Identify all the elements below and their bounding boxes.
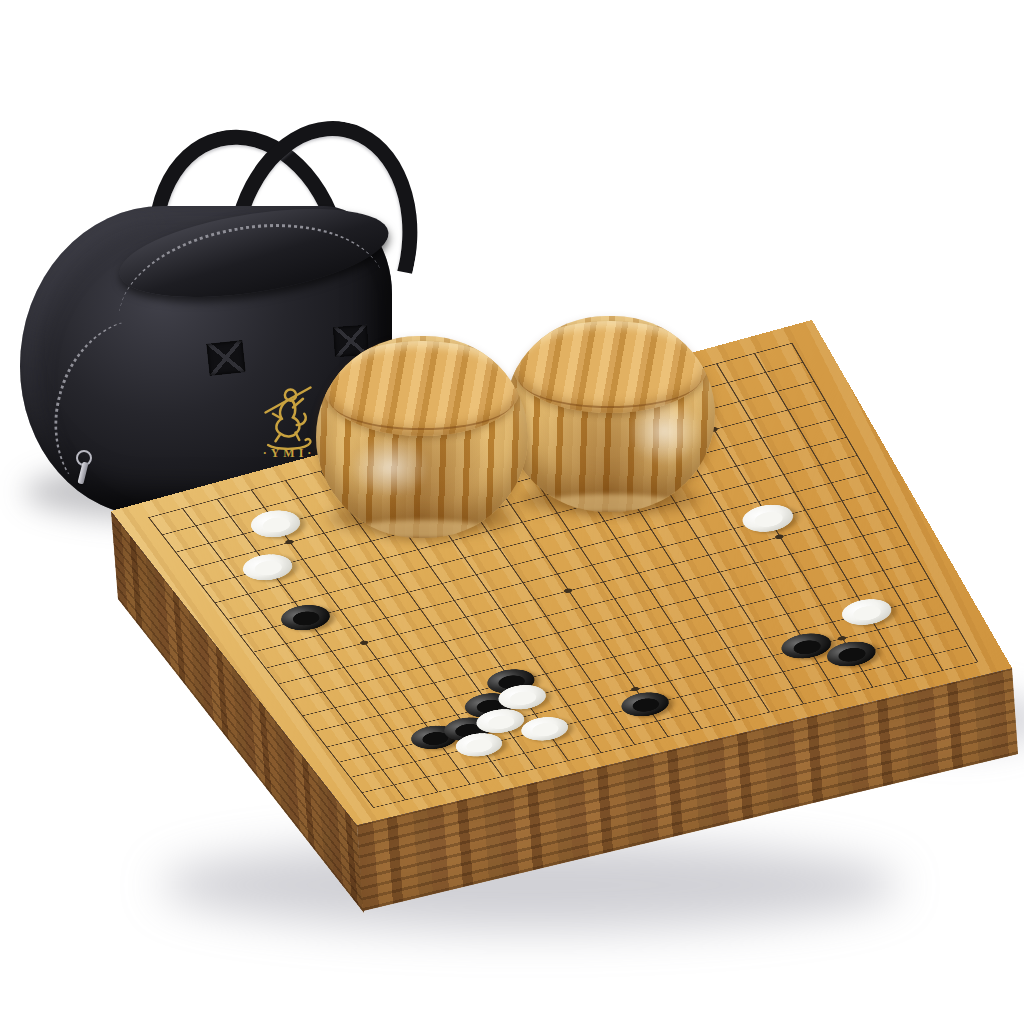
stone-bowl-right xyxy=(505,316,715,512)
stone-bowl-left xyxy=(316,336,528,538)
bowl-left-highlight xyxy=(350,437,431,498)
monkey-logo-icon xyxy=(256,380,320,450)
bowl-right-highlight xyxy=(627,398,703,465)
handle-stitch-patch-left xyxy=(206,340,245,376)
